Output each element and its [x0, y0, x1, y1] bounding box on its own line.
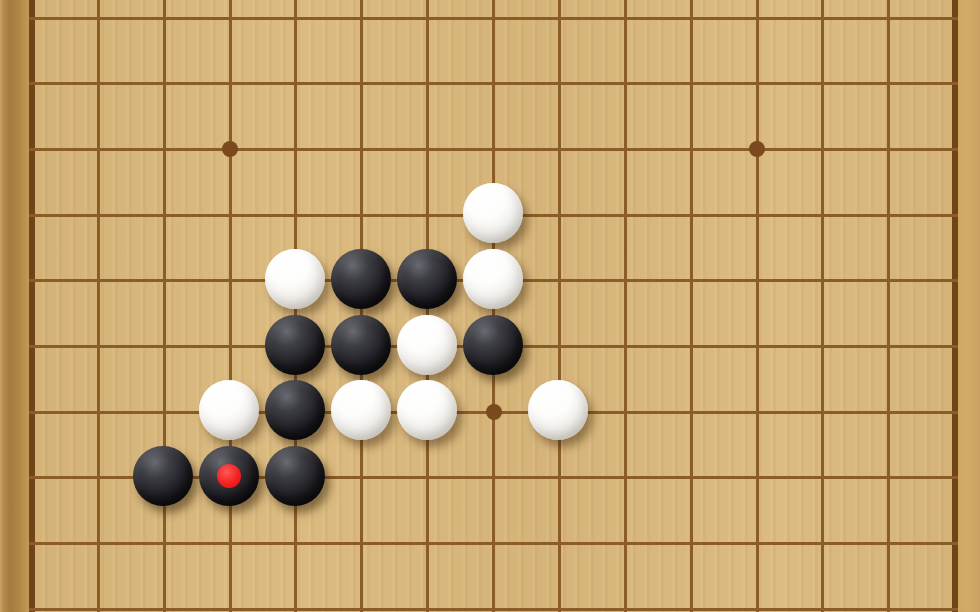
last-move-marker — [217, 464, 241, 488]
board-left-edge — [0, 0, 29, 612]
grid-line — [29, 82, 957, 85]
white-stone — [397, 380, 457, 440]
grid-line — [29, 148, 957, 151]
board-right-margin — [958, 0, 980, 612]
black-stone — [265, 380, 325, 440]
black-stone — [133, 446, 193, 506]
go-board[interactable] — [0, 0, 980, 612]
white-stone — [397, 315, 457, 375]
grid-line — [821, 0, 824, 612]
white-stone — [265, 249, 325, 309]
white-stone — [199, 380, 259, 440]
grid-line — [29, 608, 957, 611]
white-stone — [463, 249, 523, 309]
grid-line — [229, 0, 232, 612]
black-stone — [265, 315, 325, 375]
black-stone — [397, 249, 457, 309]
black-stone — [265, 446, 325, 506]
grid-line — [558, 0, 561, 612]
board-border-line — [29, 0, 35, 612]
grid-line — [163, 0, 166, 612]
grid-line — [29, 17, 957, 20]
grid-line — [690, 0, 693, 612]
board-border-line — [952, 0, 958, 612]
grid-line — [624, 0, 627, 612]
grid-line — [887, 0, 890, 612]
white-stone — [331, 380, 391, 440]
black-stone — [331, 249, 391, 309]
grid-line — [97, 0, 100, 612]
grid-line — [29, 542, 957, 545]
star-point — [486, 404, 502, 420]
black-stone — [463, 315, 523, 375]
black-stone — [331, 315, 391, 375]
grid-line — [756, 0, 759, 612]
white-stone — [463, 183, 523, 243]
